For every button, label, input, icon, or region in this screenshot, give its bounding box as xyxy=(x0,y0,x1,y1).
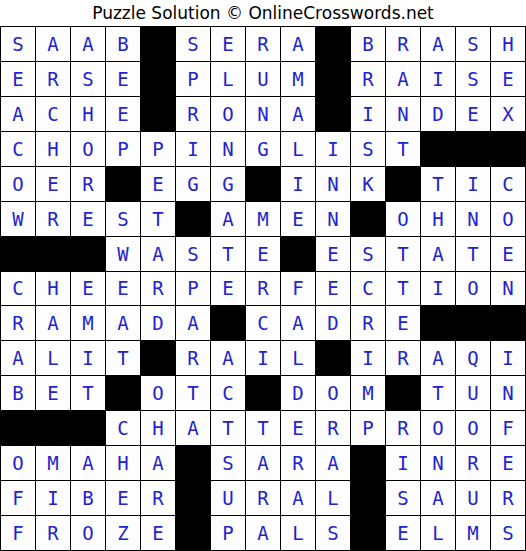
letter-cell-r6c2: R xyxy=(36,202,70,236)
letter-cell-r12c5: H xyxy=(141,411,175,445)
letter-cell-r14c1: F xyxy=(1,481,35,515)
black-cell-r6c11 xyxy=(351,202,385,236)
letter-cell-r6c4: S xyxy=(106,202,140,236)
letter-cell-r13c1: O xyxy=(1,446,35,480)
letter-cell-r1c6: S xyxy=(176,27,210,61)
black-cell-r11c8 xyxy=(246,376,280,410)
black-cell-r9c15 xyxy=(491,306,525,340)
letter-cell-r12c9: E xyxy=(281,411,315,445)
letter-cell-r14c12: S xyxy=(386,481,420,515)
letter-cell-r14c5: R xyxy=(141,481,175,515)
black-cell-r12c2 xyxy=(36,411,70,445)
letter-cell-r4c12: T xyxy=(386,132,420,166)
letter-cell-r12c11: P xyxy=(351,411,385,445)
letter-cell-r9c11: R xyxy=(351,306,385,340)
black-cell-r1c10 xyxy=(316,27,350,61)
crossword-page: Puzzle Solution © OnlineCrosswords.net S… xyxy=(0,0,526,551)
black-cell-r3c5 xyxy=(141,97,175,131)
letter-cell-r5c9: I xyxy=(281,167,315,201)
black-cell-r14c6 xyxy=(176,481,210,515)
black-cell-r14c11 xyxy=(351,481,385,515)
black-cell-r2c5 xyxy=(141,62,175,96)
letter-cell-r13c9: R xyxy=(281,446,315,480)
letter-cell-r1c1: S xyxy=(1,27,35,61)
letter-cell-r12c7: T xyxy=(211,411,245,445)
letter-cell-r1c4: B xyxy=(106,27,140,61)
letter-cell-r11c14: U xyxy=(456,376,490,410)
letter-cell-r13c8: A xyxy=(246,446,280,480)
letter-cell-r10c11: I xyxy=(351,341,385,375)
letter-cell-r10c9: L xyxy=(281,341,315,375)
letter-cell-r15c4: Z xyxy=(106,516,140,550)
letter-cell-r13c3: A xyxy=(71,446,105,480)
letter-cell-r15c10: S xyxy=(316,516,350,550)
letter-cell-r3c15: X xyxy=(491,97,525,131)
letter-cell-r14c2: I xyxy=(36,481,70,515)
letter-cell-r3c11: I xyxy=(351,97,385,131)
letter-cell-r5c6: G xyxy=(176,167,210,201)
letter-cell-r6c14: N xyxy=(456,202,490,236)
letter-cell-r1c7: E xyxy=(211,27,245,61)
letter-cell-r2c3: S xyxy=(71,62,105,96)
letter-cell-r15c7: P xyxy=(211,516,245,550)
black-cell-r3c10 xyxy=(316,97,350,131)
letter-cell-r2c11: R xyxy=(351,62,385,96)
black-cell-r7c9 xyxy=(281,237,315,271)
letter-cell-r4c1: C xyxy=(1,132,35,166)
letter-cell-r4c3: O xyxy=(71,132,105,166)
letter-cell-r4c10: I xyxy=(316,132,350,166)
letter-cell-r12c6: A xyxy=(176,411,210,445)
letter-cell-r15c14: M xyxy=(456,516,490,550)
letter-cell-r9c5: D xyxy=(141,306,175,340)
letter-cell-r4c9: L xyxy=(281,132,315,166)
letter-cell-r6c8: M xyxy=(246,202,280,236)
letter-cell-r11c1: B xyxy=(1,376,35,410)
black-cell-r15c11 xyxy=(351,516,385,550)
letter-cell-r2c4: E xyxy=(106,62,140,96)
letter-cell-r5c15: C xyxy=(491,167,525,201)
letter-cell-r11c10: O xyxy=(316,376,350,410)
letter-cell-r8c10: E xyxy=(316,272,350,306)
letter-cell-r15c13: L xyxy=(421,516,455,550)
letter-cell-r7c8: E xyxy=(246,237,280,271)
letter-cell-r8c9: F xyxy=(281,272,315,306)
letter-cell-r2c15: E xyxy=(491,62,525,96)
black-cell-r9c13 xyxy=(421,306,455,340)
letter-cell-r14c7: U xyxy=(211,481,245,515)
letter-cell-r8c13: I xyxy=(421,272,455,306)
letter-cell-r5c5: E xyxy=(141,167,175,201)
letter-cell-r6c7: A xyxy=(211,202,245,236)
letter-cell-r3c8: N xyxy=(246,97,280,131)
letter-cell-r3c14: E xyxy=(456,97,490,131)
letter-cell-r7c10: E xyxy=(316,237,350,271)
letter-cell-r8c5: R xyxy=(141,272,175,306)
letter-cell-r11c3: T xyxy=(71,376,105,410)
letter-cell-r9c2: A xyxy=(36,306,70,340)
letter-cell-r6c3: E xyxy=(71,202,105,236)
letter-cell-r11c13: T xyxy=(421,376,455,410)
letter-cell-r10c14: Q xyxy=(456,341,490,375)
letter-cell-r5c3: R xyxy=(71,167,105,201)
letter-cell-r11c6: T xyxy=(176,376,210,410)
letter-cell-r3c4: E xyxy=(106,97,140,131)
letter-cell-r9c6: A xyxy=(176,306,210,340)
letter-cell-r4c5: P xyxy=(141,132,175,166)
letter-cell-r1c14: S xyxy=(456,27,490,61)
letter-cell-r15c9: L xyxy=(281,516,315,550)
black-cell-r7c2 xyxy=(36,237,70,271)
letter-cell-r8c8: R xyxy=(246,272,280,306)
letter-cell-r13c15: E xyxy=(491,446,525,480)
letter-cell-r3c12: N xyxy=(386,97,420,131)
letter-cell-r14c10: L xyxy=(316,481,350,515)
letter-cell-r7c6: S xyxy=(176,237,210,271)
letter-cell-r9c8: C xyxy=(246,306,280,340)
letter-cell-r11c5: O xyxy=(141,376,175,410)
letter-cell-r1c3: A xyxy=(71,27,105,61)
black-cell-r5c12 xyxy=(386,167,420,201)
letter-cell-r12c8: T xyxy=(246,411,280,445)
puzzle-title: Puzzle Solution © OnlineCrosswords.net xyxy=(0,0,526,26)
letter-cell-r7c13: A xyxy=(421,237,455,271)
letter-cell-r8c11: C xyxy=(351,272,385,306)
letter-cell-r15c5: E xyxy=(141,516,175,550)
letter-cell-r3c3: H xyxy=(71,97,105,131)
black-cell-r11c4 xyxy=(106,376,140,410)
letter-cell-r6c15: O xyxy=(491,202,525,236)
letter-cell-r5c14: I xyxy=(456,167,490,201)
letter-cell-r12c13: O xyxy=(421,411,455,445)
letter-cell-r11c2: E xyxy=(36,376,70,410)
letter-cell-r14c13: A xyxy=(421,481,455,515)
letter-cell-r11c11: M xyxy=(351,376,385,410)
letter-cell-r6c1: W xyxy=(1,202,35,236)
letter-cell-r1c15: H xyxy=(491,27,525,61)
letter-cell-r9c12: E xyxy=(386,306,420,340)
letter-cell-r10c1: A xyxy=(1,341,35,375)
letter-cell-r2c2: R xyxy=(36,62,70,96)
letter-cell-r1c11: B xyxy=(351,27,385,61)
letter-cell-r15c12: E xyxy=(386,516,420,550)
letter-cell-r9c10: D xyxy=(316,306,350,340)
letter-cell-r13c5: A xyxy=(141,446,175,480)
black-cell-r12c1 xyxy=(1,411,35,445)
letter-cell-r8c6: P xyxy=(176,272,210,306)
letter-cell-r15c1: F xyxy=(1,516,35,550)
letter-cell-r14c9: A xyxy=(281,481,315,515)
letter-cell-r10c15: I xyxy=(491,341,525,375)
letter-cell-r8c14: O xyxy=(456,272,490,306)
letter-cell-r15c2: R xyxy=(36,516,70,550)
letter-cell-r7c15: E xyxy=(491,237,525,271)
letter-cell-r11c15: N xyxy=(491,376,525,410)
letter-cell-r5c7: G xyxy=(211,167,245,201)
letter-cell-r3c13: D xyxy=(421,97,455,131)
letter-cell-r7c4: W xyxy=(106,237,140,271)
black-cell-r5c4 xyxy=(106,167,140,201)
black-cell-r9c14 xyxy=(456,306,490,340)
letter-cell-r12c10: R xyxy=(316,411,350,445)
letter-cell-r1c9: A xyxy=(281,27,315,61)
letter-cell-r5c13: T xyxy=(421,167,455,201)
letter-cell-r2c9: M xyxy=(281,62,315,96)
letter-cell-r4c7: N xyxy=(211,132,245,166)
letter-cell-r8c15: N xyxy=(491,272,525,306)
letter-cell-r13c12: I xyxy=(386,446,420,480)
letter-cell-r12c15: F xyxy=(491,411,525,445)
letter-cell-r13c13: N xyxy=(421,446,455,480)
letter-cell-r10c13: A xyxy=(421,341,455,375)
black-cell-r12c3 xyxy=(71,411,105,445)
black-cell-r1c5 xyxy=(141,27,175,61)
letter-cell-r7c14: T xyxy=(456,237,490,271)
letter-cell-r14c14: U xyxy=(456,481,490,515)
letter-cell-r6c5: T xyxy=(141,202,175,236)
letter-cell-r2c13: I xyxy=(421,62,455,96)
letter-cell-r4c8: G xyxy=(246,132,280,166)
letter-cell-r9c4: A xyxy=(106,306,140,340)
letter-cell-r1c12: R xyxy=(386,27,420,61)
letter-cell-r1c13: A xyxy=(421,27,455,61)
letter-cell-r3c6: R xyxy=(176,97,210,131)
letter-cell-r5c1: O xyxy=(1,167,35,201)
letter-cell-r6c13: H xyxy=(421,202,455,236)
letter-cell-r15c3: O xyxy=(71,516,105,550)
letter-cell-r9c3: M xyxy=(71,306,105,340)
letter-cell-r11c9: D xyxy=(281,376,315,410)
black-cell-r7c1 xyxy=(1,237,35,271)
letter-cell-r8c2: H xyxy=(36,272,70,306)
letter-cell-r2c8: U xyxy=(246,62,280,96)
letter-cell-r3c9: A xyxy=(281,97,315,131)
letter-cell-r3c1: A xyxy=(1,97,35,131)
letter-cell-r12c12: R xyxy=(386,411,420,445)
letter-cell-r7c11: S xyxy=(351,237,385,271)
letter-cell-r10c3: I xyxy=(71,341,105,375)
letter-cell-r14c8: R xyxy=(246,481,280,515)
letter-cell-r5c10: N xyxy=(316,167,350,201)
black-cell-r4c14 xyxy=(456,132,490,166)
letter-cell-r10c6: R xyxy=(176,341,210,375)
letter-cell-r13c2: M xyxy=(36,446,70,480)
letter-cell-r4c6: I xyxy=(176,132,210,166)
letter-cell-r6c12: O xyxy=(386,202,420,236)
letter-cell-r12c4: C xyxy=(106,411,140,445)
letter-cell-r2c14: S xyxy=(456,62,490,96)
letter-cell-r10c7: A xyxy=(211,341,245,375)
letter-cell-r14c4: E xyxy=(106,481,140,515)
letter-cell-r13c4: H xyxy=(106,446,140,480)
letter-cell-r1c2: A xyxy=(36,27,70,61)
letter-cell-r10c8: I xyxy=(246,341,280,375)
letter-cell-r3c2: C xyxy=(36,97,70,131)
letter-cell-r5c2: E xyxy=(36,167,70,201)
letter-cell-r8c3: E xyxy=(71,272,105,306)
letter-cell-r10c2: L xyxy=(36,341,70,375)
letter-cell-r10c4: T xyxy=(106,341,140,375)
letter-cell-r2c1: E xyxy=(1,62,35,96)
letter-cell-r8c12: T xyxy=(386,272,420,306)
letter-cell-r7c12: T xyxy=(386,237,420,271)
letter-cell-r15c8: A xyxy=(246,516,280,550)
letter-cell-r13c7: S xyxy=(211,446,245,480)
letter-cell-r15c15: S xyxy=(491,516,525,550)
letter-cell-r8c7: E xyxy=(211,272,245,306)
letter-cell-r4c2: H xyxy=(36,132,70,166)
letter-cell-r10c12: R xyxy=(386,341,420,375)
black-cell-r4c13 xyxy=(421,132,455,166)
letter-cell-r14c3: B xyxy=(71,481,105,515)
letter-cell-r12c14: O xyxy=(456,411,490,445)
letter-cell-r7c7: T xyxy=(211,237,245,271)
letter-cell-r9c1: R xyxy=(1,306,35,340)
black-cell-r11c12 xyxy=(386,376,420,410)
letter-cell-r3c7: O xyxy=(211,97,245,131)
black-cell-r10c5 xyxy=(141,341,175,375)
letter-cell-r11c7: C xyxy=(211,376,245,410)
black-cell-r9c7 xyxy=(211,306,245,340)
letter-cell-r7c5: A xyxy=(141,237,175,271)
letter-cell-r2c7: L xyxy=(211,62,245,96)
black-cell-r6c6 xyxy=(176,202,210,236)
black-cell-r7c3 xyxy=(71,237,105,271)
letter-cell-r9c9: A xyxy=(281,306,315,340)
letter-cell-r6c10: N xyxy=(316,202,350,236)
letter-cell-r8c1: C xyxy=(1,272,35,306)
letter-cell-r13c14: R xyxy=(456,446,490,480)
letter-cell-r14c15: R xyxy=(491,481,525,515)
black-cell-r5c8 xyxy=(246,167,280,201)
letter-cell-r2c12: A xyxy=(386,62,420,96)
letter-cell-r4c4: P xyxy=(106,132,140,166)
black-cell-r2c10 xyxy=(316,62,350,96)
letter-cell-r4c11: S xyxy=(351,132,385,166)
letter-cell-r5c11: K xyxy=(351,167,385,201)
black-cell-r10c10 xyxy=(316,341,350,375)
letter-cell-r2c6: P xyxy=(176,62,210,96)
letter-cell-r1c8: R xyxy=(246,27,280,61)
black-cell-r13c11 xyxy=(351,446,385,480)
crossword-grid: SAABSERABRASHERSEPLUMRAISEACHERONAINDEXC… xyxy=(0,26,526,551)
black-cell-r15c6 xyxy=(176,516,210,550)
letter-cell-r13c10: A xyxy=(316,446,350,480)
black-cell-r13c6 xyxy=(176,446,210,480)
black-cell-r4c15 xyxy=(491,132,525,166)
letter-cell-r8c4: E xyxy=(106,272,140,306)
letter-cell-r6c9: E xyxy=(281,202,315,236)
